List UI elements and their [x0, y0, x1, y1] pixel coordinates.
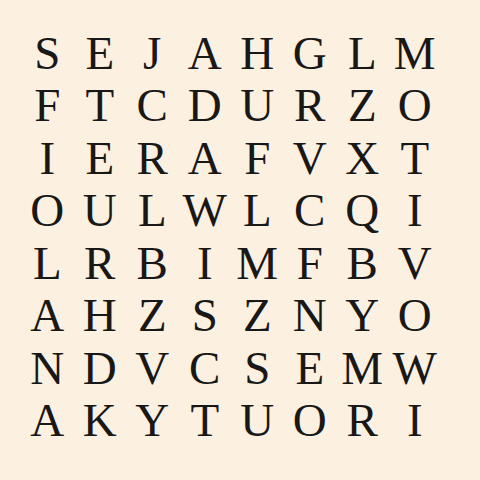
grid-cell-r5c3[interactable]: B [126, 237, 179, 290]
grid-cell-r6c6[interactable]: N [284, 290, 337, 343]
grid-cell-r8c7[interactable]: R [336, 395, 389, 448]
grid-cell-r8c4[interactable]: T [179, 395, 232, 448]
grid-cell-r7c8[interactable]: W [389, 342, 442, 395]
grid-cell-r1c3[interactable]: J [126, 27, 179, 80]
grid-cell-r8c8[interactable]: I [389, 395, 442, 448]
grid-cell-r4c3[interactable]: L [126, 185, 179, 238]
grid-cell-r5c1[interactable]: L [21, 237, 74, 290]
grid-cell-r4c2[interactable]: U [74, 185, 127, 238]
grid-cell-r4c8[interactable]: I [389, 185, 442, 238]
grid-cell-r4c1[interactable]: O [21, 185, 74, 238]
grid-cell-r3c2[interactable]: E [74, 132, 127, 185]
grid-cell-r4c5[interactable]: L [231, 185, 284, 238]
grid-cell-r8c6[interactable]: O [284, 395, 337, 448]
grid-cell-r1c8[interactable]: M [389, 27, 442, 80]
grid-cell-r7c6[interactable]: E [284, 342, 337, 395]
grid-cell-r7c2[interactable]: D [74, 342, 127, 395]
grid-cell-r2c3[interactable]: C [126, 80, 179, 133]
grid-cell-r1c5[interactable]: H [231, 27, 284, 80]
grid-cell-r6c7[interactable]: Y [336, 290, 389, 343]
grid-cell-r5c7[interactable]: B [336, 237, 389, 290]
grid-cell-r2c5[interactable]: U [231, 80, 284, 133]
grid-cell-r6c5[interactable]: Z [231, 290, 284, 343]
grid-cell-r6c2[interactable]: H [74, 290, 127, 343]
grid-cell-r5c2[interactable]: R [74, 237, 127, 290]
grid-cell-r6c3[interactable]: Z [126, 290, 179, 343]
grid-cell-r6c8[interactable]: O [389, 290, 442, 343]
grid-cell-r3c4[interactable]: A [179, 132, 232, 185]
grid-cell-r1c2[interactable]: E [74, 27, 127, 80]
grid-cell-r3c3[interactable]: R [126, 132, 179, 185]
grid-cell-r4c4[interactable]: W [179, 185, 232, 238]
grid-cell-r3c7[interactable]: X [336, 132, 389, 185]
grid-cell-r3c8[interactable]: T [389, 132, 442, 185]
grid-cell-r7c5[interactable]: S [231, 342, 284, 395]
grid-cell-r8c3[interactable]: Y [126, 395, 179, 448]
grid-cell-r7c7[interactable]: M [336, 342, 389, 395]
word-search-grid: SEJAHGLMFTCDURZOIERAFVXTOULWLCQILRBIMFBV… [21, 27, 441, 447]
grid-cell-r8c1[interactable]: A [21, 395, 74, 448]
grid-cell-r5c4[interactable]: I [179, 237, 232, 290]
grid-cell-r1c6[interactable]: G [284, 27, 337, 80]
grid-cell-r3c5[interactable]: F [231, 132, 284, 185]
grid-cell-r2c6[interactable]: R [284, 80, 337, 133]
grid-cell-r2c4[interactable]: D [179, 80, 232, 133]
grid-cell-r3c6[interactable]: V [284, 132, 337, 185]
grid-cell-r6c4[interactable]: S [179, 290, 232, 343]
grid-cell-r8c2[interactable]: K [74, 395, 127, 448]
grid-cell-r4c7[interactable]: Q [336, 185, 389, 238]
grid-cell-r5c8[interactable]: V [389, 237, 442, 290]
grid-cell-r2c2[interactable]: T [74, 80, 127, 133]
grid-cell-r7c1[interactable]: N [21, 342, 74, 395]
grid-cell-r5c5[interactable]: M [231, 237, 284, 290]
grid-cell-r2c1[interactable]: F [21, 80, 74, 133]
grid-cell-r7c4[interactable]: C [179, 342, 232, 395]
grid-cell-r6c1[interactable]: A [21, 290, 74, 343]
grid-cell-r1c7[interactable]: L [336, 27, 389, 80]
grid-cell-r1c1[interactable]: S [21, 27, 74, 80]
grid-cell-r2c7[interactable]: Z [336, 80, 389, 133]
grid-cell-r2c8[interactable]: O [389, 80, 442, 133]
grid-cell-r7c3[interactable]: V [126, 342, 179, 395]
grid-cell-r4c6[interactable]: C [284, 185, 337, 238]
grid-cell-r1c4[interactable]: A [179, 27, 232, 80]
grid-cell-r3c1[interactable]: I [21, 132, 74, 185]
grid-cell-r8c5[interactable]: U [231, 395, 284, 448]
grid-cell-r5c6[interactable]: F [284, 237, 337, 290]
